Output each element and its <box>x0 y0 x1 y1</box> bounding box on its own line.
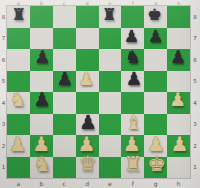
file-label-g: g <box>144 178 167 188</box>
square-h2[interactable]: ♟ <box>167 135 190 157</box>
rank-labels-right: 87654321 <box>190 6 200 178</box>
chessboard-photo: abcdefgh 87654321 87654321 abcdefgh ♜♜♚♟… <box>0 0 200 188</box>
white-pawn-h2[interactable]: ♟ <box>171 133 189 153</box>
chess-board: ♜♜♚♟♟♟♞♟♟♟♟♞♟♟♟♝♟♟♟♟♟♟♞♛♜♚ <box>7 6 190 178</box>
rank-label-5: 5 <box>190 71 200 93</box>
white-pawn-d5[interactable]: ♟ <box>78 70 94 88</box>
rank-label-2: 2 <box>0 135 7 157</box>
rank-label-6: 6 <box>190 49 200 71</box>
square-f5[interactable]: ♟ <box>121 71 144 93</box>
square-f1[interactable]: ♜ <box>121 157 144 179</box>
file-label-b: b <box>30 178 53 188</box>
rank-label-6: 6 <box>0 49 7 71</box>
white-knight-a4[interactable]: ♞ <box>10 91 27 110</box>
black-pawn-b4[interactable]: ♟ <box>33 91 50 110</box>
square-g6[interactable] <box>144 49 167 71</box>
rank-label-4: 4 <box>190 92 200 114</box>
white-king-g1[interactable]: ♚ <box>147 154 166 175</box>
white-pawn-f2[interactable]: ♟ <box>123 133 141 153</box>
square-a7[interactable] <box>7 28 30 50</box>
rank-label-1: 1 <box>190 157 200 179</box>
file-label-f: f <box>121 178 144 188</box>
square-e4[interactable] <box>99 92 122 114</box>
square-e6[interactable] <box>99 49 122 71</box>
square-b1[interactable]: ♞ <box>30 157 53 179</box>
black-knight-f6[interactable]: ♞ <box>125 49 141 66</box>
file-label-d: d <box>76 178 99 188</box>
black-rook-e8[interactable]: ♜ <box>102 7 116 23</box>
white-queen-d1[interactable]: ♛ <box>78 154 97 175</box>
rank-labels-left: 87654321 <box>0 6 7 178</box>
square-c8[interactable] <box>53 6 76 28</box>
square-b4[interactable]: ♟ <box>30 92 53 114</box>
black-pawn-h6[interactable]: ♟ <box>170 49 186 66</box>
rank-label-3: 3 <box>0 114 7 136</box>
square-h4[interactable]: ♟ <box>167 92 190 114</box>
square-g7[interactable]: ♟ <box>144 28 167 50</box>
square-a6[interactable] <box>7 49 30 71</box>
rank-label-3: 3 <box>190 114 200 136</box>
square-a4[interactable]: ♞ <box>7 92 30 114</box>
square-c3[interactable] <box>53 114 76 136</box>
square-g1[interactable]: ♚ <box>144 157 167 179</box>
rank-label-1: 1 <box>0 157 7 179</box>
square-g4[interactable] <box>144 92 167 114</box>
square-h7[interactable] <box>167 28 190 50</box>
square-a8[interactable]: ♜ <box>7 6 30 28</box>
square-e8[interactable]: ♜ <box>99 6 122 28</box>
white-rook-f1[interactable]: ♜ <box>123 154 142 175</box>
square-c4[interactable] <box>53 92 76 114</box>
file-label-h: h <box>167 178 190 188</box>
square-f7[interactable]: ♟ <box>121 28 144 50</box>
square-h8[interactable] <box>167 6 190 28</box>
black-pawn-d3[interactable]: ♟ <box>79 112 96 132</box>
white-pawn-d2[interactable]: ♟ <box>78 133 96 153</box>
white-bishop-f3[interactable]: ♝ <box>125 112 142 132</box>
square-e7[interactable] <box>99 28 122 50</box>
square-c2[interactable] <box>53 135 76 157</box>
square-b8[interactable] <box>30 6 53 28</box>
file-label-e: e <box>99 178 122 188</box>
white-pawn-h4[interactable]: ♟ <box>169 91 186 110</box>
square-d7[interactable] <box>76 28 99 50</box>
rank-label-7: 7 <box>190 28 200 50</box>
square-f8[interactable] <box>121 6 144 28</box>
square-c5[interactable]: ♟ <box>53 71 76 93</box>
file-label-a: a <box>7 178 30 188</box>
black-rook-a8[interactable]: ♜ <box>12 7 26 23</box>
rank-label-7: 7 <box>0 28 7 50</box>
white-pawn-b2[interactable]: ♟ <box>32 133 50 153</box>
square-d8[interactable] <box>76 6 99 28</box>
square-e2[interactable] <box>99 135 122 157</box>
rank-label-8: 8 <box>190 6 200 28</box>
square-c1[interactable] <box>53 157 76 179</box>
square-h1[interactable] <box>167 157 190 179</box>
black-pawn-f5[interactable]: ♟ <box>126 70 142 88</box>
square-g8[interactable]: ♚ <box>144 6 167 28</box>
white-pawn-a2[interactable]: ♟ <box>8 133 26 153</box>
black-king-g8[interactable]: ♚ <box>148 7 162 23</box>
black-pawn-b6[interactable]: ♟ <box>35 49 51 66</box>
square-b7[interactable] <box>30 28 53 50</box>
square-g5[interactable] <box>144 71 167 93</box>
black-pawn-f7[interactable]: ♟ <box>124 28 139 45</box>
rank-label-8: 8 <box>0 6 7 28</box>
square-e3[interactable] <box>99 114 122 136</box>
black-pawn-c5[interactable]: ♟ <box>57 70 73 88</box>
square-e5[interactable] <box>99 71 122 93</box>
rank-label-2: 2 <box>190 135 200 157</box>
square-b6[interactable]: ♟ <box>30 49 53 71</box>
rank-label-5: 5 <box>0 71 7 93</box>
square-c7[interactable] <box>53 28 76 50</box>
square-a1[interactable] <box>7 157 30 179</box>
square-e1[interactable] <box>99 157 122 179</box>
white-pawn-g2[interactable]: ♟ <box>147 133 165 153</box>
file-labels-bottom: abcdefgh <box>7 178 190 188</box>
square-d5[interactable]: ♟ <box>76 71 99 93</box>
square-d1[interactable]: ♛ <box>76 157 99 179</box>
black-pawn-g7[interactable]: ♟ <box>148 28 163 45</box>
rank-label-4: 4 <box>0 92 7 114</box>
square-a2[interactable]: ♟ <box>7 135 30 157</box>
file-label-c: c <box>53 178 76 188</box>
square-h6[interactable]: ♟ <box>167 49 190 71</box>
white-knight-b1[interactable]: ♞ <box>33 154 52 175</box>
